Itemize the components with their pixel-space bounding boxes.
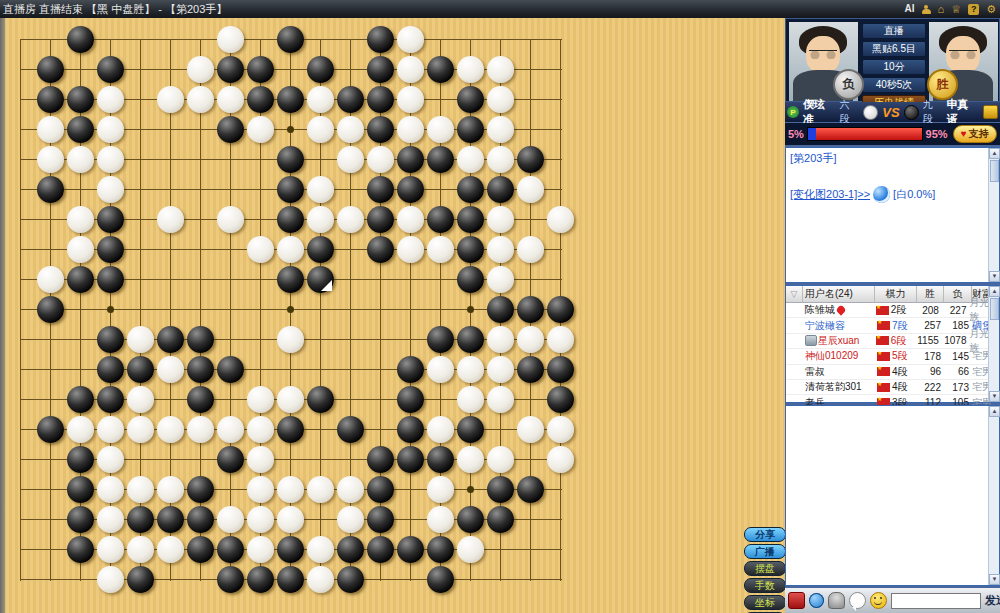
board-cell[interactable] <box>426 265 456 295</box>
board-cell[interactable] <box>156 175 186 205</box>
board-cell[interactable] <box>396 85 426 115</box>
board-cell[interactable] <box>96 535 126 565</box>
board-cell[interactable] <box>216 145 246 175</box>
board-cell[interactable] <box>36 475 66 505</box>
board-cell[interactable] <box>546 445 576 475</box>
board-cell[interactable] <box>486 565 516 595</box>
board-cell[interactable] <box>96 505 126 535</box>
board-cell[interactable] <box>36 85 66 115</box>
board-cell[interactable] <box>456 325 486 355</box>
board-cell[interactable] <box>36 55 66 85</box>
board-cell[interactable] <box>276 415 306 445</box>
board-cell[interactable] <box>216 115 246 145</box>
board-cell[interactable] <box>156 505 186 535</box>
board-cell[interactable] <box>216 385 246 415</box>
board-cell[interactable] <box>186 565 216 595</box>
board-cell[interactable] <box>456 235 486 265</box>
board-cell[interactable] <box>456 115 486 145</box>
board-cell[interactable] <box>96 355 126 385</box>
board-cell[interactable] <box>96 175 126 205</box>
board-cell[interactable] <box>126 235 156 265</box>
board-cell[interactable] <box>546 565 576 595</box>
board-cell[interactable] <box>516 445 546 475</box>
board-cell[interactable] <box>276 115 306 145</box>
board-cell[interactable] <box>246 385 276 415</box>
board-cell[interactable] <box>126 535 156 565</box>
board-cell[interactable] <box>366 325 396 355</box>
board-cell[interactable] <box>246 55 276 85</box>
board-cell[interactable] <box>126 445 156 475</box>
board-cell[interactable] <box>456 265 486 295</box>
board-cell[interactable] <box>516 505 546 535</box>
board-cell[interactable] <box>216 475 246 505</box>
scroll-up-icon[interactable]: ▲ <box>989 406 1000 417</box>
board-cell[interactable] <box>546 115 576 145</box>
board-cell[interactable] <box>396 355 426 385</box>
board-cell[interactable] <box>276 175 306 205</box>
board-cell[interactable] <box>546 535 576 565</box>
board-cell[interactable] <box>36 505 66 535</box>
board-cell[interactable] <box>546 55 576 85</box>
board-cell[interactable] <box>456 25 486 55</box>
board-cell[interactable] <box>366 145 396 175</box>
board-cell[interactable] <box>36 235 66 265</box>
board-cell[interactable] <box>186 205 216 235</box>
board-cell[interactable] <box>336 565 366 595</box>
board-cell[interactable] <box>306 235 336 265</box>
board-cell[interactable] <box>486 535 516 565</box>
board-cell[interactable] <box>336 115 366 145</box>
col-wins[interactable]: 胜 <box>917 286 944 302</box>
board-cell[interactable] <box>156 145 186 175</box>
board-cell[interactable] <box>426 445 456 475</box>
board-cell[interactable] <box>546 475 576 505</box>
variation-icon[interactable] <box>873 186 890 203</box>
board-cell[interactable] <box>186 325 216 355</box>
board-cell[interactable] <box>336 505 366 535</box>
board-cell[interactable] <box>96 415 126 445</box>
board-cell[interactable] <box>366 295 396 325</box>
board-cell[interactable] <box>366 115 396 145</box>
board-cell[interactable] <box>486 145 516 175</box>
board-cell[interactable] <box>96 565 126 595</box>
board-cell[interactable] <box>96 295 126 325</box>
board-cell[interactable] <box>216 205 246 235</box>
board-cell[interactable] <box>216 325 246 355</box>
board-cell[interactable] <box>126 115 156 145</box>
board-cell[interactable] <box>156 535 186 565</box>
board-cell[interactable] <box>66 325 96 355</box>
board-button-摆盘[interactable]: 摆盘 <box>744 561 786 576</box>
col-losses[interactable]: 负 <box>944 286 972 302</box>
board-cell[interactable] <box>456 565 486 595</box>
board-cell[interactable] <box>66 265 96 295</box>
globe-icon[interactable] <box>809 593 824 608</box>
board-cell[interactable] <box>126 85 156 115</box>
board-cell[interactable] <box>456 385 486 415</box>
board-cell[interactable] <box>36 325 66 355</box>
board-cell[interactable] <box>516 535 546 565</box>
user-icon[interactable] <box>922 5 931 14</box>
board-cell[interactable] <box>426 415 456 445</box>
board-cell[interactable] <box>246 115 276 145</box>
board-cell[interactable] <box>36 385 66 415</box>
board-cell[interactable] <box>126 265 156 295</box>
board-cell[interactable] <box>396 175 426 205</box>
board-button-手数[interactable]: 手数 <box>744 578 786 593</box>
board-cell[interactable] <box>546 325 576 355</box>
board-cell[interactable] <box>36 355 66 385</box>
board-cell[interactable] <box>66 25 96 55</box>
board-cell[interactable] <box>96 325 126 355</box>
board-cell[interactable] <box>66 415 96 445</box>
board-cell[interactable] <box>426 205 456 235</box>
variation-link[interactable]: [变化图203-1]>> <box>790 187 870 202</box>
board-cell[interactable] <box>6 445 36 475</box>
board-cell[interactable] <box>516 55 546 85</box>
home-icon[interactable]: ⌂ <box>938 4 945 15</box>
board-cell[interactable] <box>306 295 336 325</box>
board-cell[interactable] <box>96 445 126 475</box>
board-cell[interactable] <box>186 175 216 205</box>
board-cell[interactable] <box>306 565 336 595</box>
board-cell[interactable] <box>486 355 516 385</box>
board-cell[interactable] <box>486 55 516 85</box>
board-cell[interactable] <box>6 385 36 415</box>
board-cell[interactable] <box>486 85 516 115</box>
board-cell[interactable] <box>276 295 306 325</box>
board-cell[interactable] <box>486 385 516 415</box>
table-row[interactable]: 陈雏城2段208227月光族 <box>786 303 999 318</box>
board-cell[interactable] <box>126 355 156 385</box>
board-cell[interactable] <box>426 385 456 415</box>
board-cell[interactable] <box>456 85 486 115</box>
table-row[interactable]: 星辰xuan6段11551078月光族 <box>786 334 999 349</box>
board-cell[interactable] <box>546 205 576 235</box>
board-cell[interactable] <box>336 295 366 325</box>
board-cell[interactable] <box>126 325 156 355</box>
board-cell[interactable] <box>6 85 36 115</box>
board-cell[interactable] <box>426 115 456 145</box>
board-cell[interactable] <box>516 475 546 505</box>
board-cell[interactable] <box>186 25 216 55</box>
board-cell[interactable] <box>126 205 156 235</box>
board-cell[interactable] <box>306 175 336 205</box>
board-cell[interactable] <box>66 535 96 565</box>
board-cell[interactable] <box>426 505 456 535</box>
board-cell[interactable] <box>276 535 306 565</box>
table-row[interactable]: 雷叔4段9666宅男 <box>786 365 999 380</box>
board-cell[interactable] <box>546 265 576 295</box>
board-cell[interactable] <box>456 535 486 565</box>
board-cell[interactable] <box>156 445 186 475</box>
board-cell[interactable] <box>126 295 156 325</box>
board-cell[interactable] <box>396 385 426 415</box>
board-cell[interactable] <box>66 355 96 385</box>
board-cell[interactable] <box>546 235 576 265</box>
board-cell[interactable] <box>336 325 366 355</box>
board-cell[interactable] <box>336 415 366 445</box>
board-cell[interactable] <box>36 295 66 325</box>
board-cell[interactable] <box>426 355 456 385</box>
board-cell[interactable] <box>546 355 576 385</box>
board-cell[interactable] <box>186 55 216 85</box>
board-cell[interactable] <box>366 175 396 205</box>
board-cell[interactable] <box>546 385 576 415</box>
board-cell[interactable] <box>96 85 126 115</box>
board-cell[interactable] <box>516 565 546 595</box>
board-cell[interactable] <box>276 265 306 295</box>
crown-icon[interactable]: ♕ <box>951 4 961 15</box>
board-cell[interactable] <box>456 145 486 175</box>
board-cell[interactable] <box>516 265 546 295</box>
board-cell[interactable] <box>156 235 186 265</box>
board-cell[interactable] <box>366 445 396 475</box>
board-cell[interactable] <box>96 235 126 265</box>
board-cell[interactable] <box>366 385 396 415</box>
board-cell[interactable] <box>276 325 306 355</box>
board-cell[interactable] <box>186 295 216 325</box>
board-cell[interactable] <box>6 475 36 505</box>
board-cell[interactable] <box>516 415 546 445</box>
board-cell[interactable] <box>456 175 486 205</box>
board-cell[interactable] <box>516 205 546 235</box>
board-cell[interactable] <box>186 385 216 415</box>
board-cell[interactable] <box>246 205 276 235</box>
board-cell[interactable] <box>396 445 426 475</box>
support-button[interactable]: ♥ 支持 <box>953 125 997 143</box>
board-cell[interactable] <box>246 175 276 205</box>
board-cell[interactable] <box>306 355 336 385</box>
board-cell[interactable] <box>336 25 366 55</box>
emoji-icon[interactable] <box>870 592 887 609</box>
board-cell[interactable] <box>546 295 576 325</box>
board-cell[interactable] <box>66 175 96 205</box>
board-cell[interactable] <box>276 445 306 475</box>
board-cell[interactable] <box>366 475 396 505</box>
board-cell[interactable] <box>456 475 486 505</box>
move-panel-scrollbar[interactable]: ▲ ▼ <box>988 148 999 282</box>
board-cell[interactable] <box>336 205 366 235</box>
board-cell[interactable] <box>306 25 336 55</box>
board-button-坐标[interactable]: 坐标 <box>744 595 786 610</box>
board-cell[interactable] <box>156 415 186 445</box>
board-cell[interactable] <box>396 265 426 295</box>
board-cell[interactable] <box>546 505 576 535</box>
board-cell[interactable] <box>306 85 336 115</box>
board-cell[interactable] <box>396 235 426 265</box>
board-cell[interactable] <box>396 535 426 565</box>
board-cell[interactable] <box>126 145 156 175</box>
board-cell[interactable] <box>6 295 36 325</box>
board-cell[interactable] <box>426 475 456 505</box>
board-cell[interactable] <box>396 295 426 325</box>
board-cell[interactable] <box>246 145 276 175</box>
board-cell[interactable] <box>126 385 156 415</box>
board-cell[interactable] <box>486 25 516 55</box>
board-cell[interactable] <box>246 445 276 475</box>
board-cell[interactable] <box>126 175 156 205</box>
board-cell[interactable] <box>336 535 366 565</box>
board-cell[interactable] <box>396 415 426 445</box>
board-cell[interactable] <box>96 25 126 55</box>
board-cell[interactable] <box>486 415 516 445</box>
board-cell[interactable] <box>276 205 306 235</box>
board-cell[interactable] <box>396 565 426 595</box>
board-button-广播[interactable]: 广播 <box>744 544 786 559</box>
board-cell[interactable] <box>216 355 246 385</box>
board-cell[interactable] <box>96 55 126 85</box>
board-cell[interactable] <box>516 25 546 55</box>
board-cell[interactable] <box>306 415 336 445</box>
board-cell[interactable] <box>66 235 96 265</box>
board-cell[interactable] <box>246 415 276 445</box>
board-cell[interactable] <box>216 265 246 295</box>
board-button-分享[interactable]: 分享 <box>744 527 786 542</box>
board-cell[interactable] <box>66 85 96 115</box>
board-cell[interactable] <box>216 85 246 115</box>
board-cell[interactable] <box>186 505 216 535</box>
board-cell[interactable] <box>396 475 426 505</box>
board-cell[interactable] <box>336 265 366 295</box>
board-cell[interactable] <box>156 325 186 355</box>
board-cell[interactable] <box>6 205 36 235</box>
board-cell[interactable] <box>396 325 426 355</box>
speech-bubble-icon[interactable] <box>849 592 866 609</box>
chat-scrollbar[interactable]: ▲ ▼ <box>988 406 999 585</box>
board-cell[interactable] <box>66 385 96 415</box>
board-cell[interactable] <box>96 265 126 295</box>
board-cell[interactable] <box>36 265 66 295</box>
board-cell[interactable] <box>516 355 546 385</box>
board-cell[interactable] <box>246 295 276 325</box>
board-cell[interactable] <box>216 295 246 325</box>
scroll-up-icon[interactable]: ▲ <box>989 148 1000 159</box>
board-cell[interactable] <box>126 505 156 535</box>
board-cell[interactable] <box>426 565 456 595</box>
col-username[interactable]: 用户名(24) <box>803 286 875 302</box>
board-cell[interactable] <box>366 235 396 265</box>
board-cell[interactable] <box>186 265 216 295</box>
board-cell[interactable] <box>306 475 336 505</box>
board-cell[interactable] <box>306 385 336 415</box>
board-cell[interactable] <box>366 85 396 115</box>
board-cell[interactable] <box>186 145 216 175</box>
board-cell[interactable] <box>96 205 126 235</box>
board-cell[interactable] <box>306 55 336 85</box>
board-cell[interactable] <box>366 535 396 565</box>
board-cell[interactable] <box>486 235 516 265</box>
board-cell[interactable] <box>306 445 336 475</box>
board-cell[interactable] <box>66 55 96 85</box>
board-cell[interactable] <box>396 145 426 175</box>
board-cell[interactable] <box>66 565 96 595</box>
board-cell[interactable] <box>276 505 306 535</box>
board-cell[interactable] <box>186 535 216 565</box>
board-cell[interactable] <box>186 235 216 265</box>
board-cell[interactable] <box>516 235 546 265</box>
board-cell[interactable] <box>66 115 96 145</box>
board-cell[interactable] <box>546 415 576 445</box>
board-cell[interactable] <box>36 115 66 145</box>
board-cell[interactable] <box>276 235 306 265</box>
board-cell[interactable] <box>186 475 216 505</box>
board-cell[interactable] <box>156 115 186 145</box>
board-cell[interactable] <box>156 205 186 235</box>
board-cell[interactable] <box>306 265 336 295</box>
board-cell[interactable] <box>486 505 516 535</box>
board-cell[interactable] <box>246 505 276 535</box>
board-cell[interactable] <box>66 445 96 475</box>
board-cell[interactable] <box>6 535 36 565</box>
gear-icon[interactable]: ⚙ <box>986 4 996 15</box>
board-cell[interactable] <box>516 325 546 355</box>
board-cell[interactable] <box>156 565 186 595</box>
board-cell[interactable] <box>36 535 66 565</box>
board-cell[interactable] <box>186 415 216 445</box>
board-cell[interactable] <box>456 505 486 535</box>
board-cell[interactable] <box>456 355 486 385</box>
board-cell[interactable] <box>36 415 66 445</box>
board-cell[interactable] <box>246 265 276 295</box>
board-cell[interactable] <box>6 415 36 445</box>
board-cell[interactable] <box>426 235 456 265</box>
board-cell[interactable] <box>336 55 366 85</box>
board-cell[interactable] <box>366 565 396 595</box>
filter-icon[interactable]: ▽ <box>791 289 798 299</box>
board-cell[interactable] <box>396 25 426 55</box>
board-cell[interactable] <box>336 85 366 115</box>
board-cell[interactable] <box>306 535 336 565</box>
board-cell[interactable] <box>516 145 546 175</box>
board-cell[interactable] <box>186 115 216 145</box>
board-cell[interactable] <box>66 505 96 535</box>
board-cell[interactable] <box>96 475 126 505</box>
board-cell[interactable] <box>486 325 516 355</box>
board-cell[interactable] <box>396 115 426 145</box>
board-cell[interactable] <box>96 115 126 145</box>
chat-input[interactable] <box>891 593 981 609</box>
board-cell[interactable] <box>66 475 96 505</box>
board-cell[interactable] <box>426 55 456 85</box>
board-cell[interactable] <box>6 235 36 265</box>
board-cell[interactable] <box>486 265 516 295</box>
board-cell[interactable] <box>426 85 456 115</box>
board-cell[interactable] <box>366 415 396 445</box>
board-cell[interactable] <box>276 25 306 55</box>
board-cell[interactable] <box>396 55 426 85</box>
board-cell[interactable] <box>156 475 186 505</box>
board-cell[interactable] <box>126 55 156 85</box>
board-cell[interactable] <box>426 325 456 355</box>
board-cell[interactable] <box>126 475 156 505</box>
board-cell[interactable] <box>276 55 306 85</box>
board-cell[interactable] <box>456 55 486 85</box>
board-cell[interactable] <box>36 175 66 205</box>
board-cell[interactable] <box>366 55 396 85</box>
board-cell[interactable] <box>126 415 156 445</box>
board-cell[interactable] <box>516 385 546 415</box>
board-cell[interactable] <box>216 535 246 565</box>
board-cell[interactable] <box>186 445 216 475</box>
help-icon[interactable]: ? <box>968 4 979 15</box>
board-cell[interactable] <box>216 565 246 595</box>
board-cell[interactable] <box>276 565 306 595</box>
board-cell[interactable] <box>516 85 546 115</box>
board-cell[interactable] <box>336 235 366 265</box>
board-cell[interactable] <box>156 295 186 325</box>
board-cell[interactable] <box>276 355 306 385</box>
